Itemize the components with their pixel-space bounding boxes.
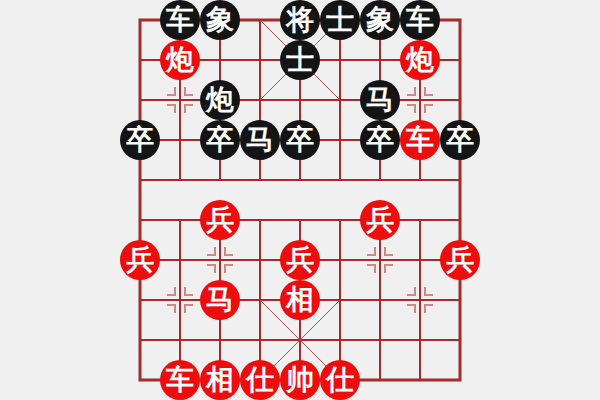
piece-black-horse[interactable]: 马	[240, 120, 280, 160]
piece-red-cannon[interactable]: 炮	[160, 40, 200, 80]
piece-black-elephant[interactable]: 象	[360, 0, 400, 40]
piece-red-soldier[interactable]: 兵	[200, 200, 240, 240]
piece-red-soldier[interactable]: 兵	[360, 200, 400, 240]
piece-black-general[interactable]: 将	[280, 0, 320, 40]
piece-black-advisor[interactable]: 士	[280, 40, 320, 80]
piece-black-horse[interactable]: 马	[360, 80, 400, 120]
piece-black-soldier[interactable]: 卒	[360, 120, 400, 160]
piece-red-elephant[interactable]: 相	[280, 280, 320, 320]
piece-black-soldier[interactable]: 卒	[280, 120, 320, 160]
piece-red-horse[interactable]: 马	[200, 280, 240, 320]
piece-red-cannon[interactable]: 炮	[400, 40, 440, 80]
piece-red-chariot[interactable]: 车	[400, 120, 440, 160]
piece-red-chariot[interactable]: 车	[160, 360, 200, 400]
piece-red-general[interactable]: 帅	[280, 360, 320, 400]
piece-black-soldier[interactable]: 卒	[200, 120, 240, 160]
piece-red-advisor[interactable]: 仕	[240, 360, 280, 400]
piece-black-advisor[interactable]: 士	[320, 0, 360, 40]
piece-red-elephant[interactable]: 相	[200, 360, 240, 400]
piece-red-soldier[interactable]: 兵	[440, 240, 480, 280]
piece-red-soldier[interactable]: 兵	[280, 240, 320, 280]
xiangqi-screenshot: 车象将士象车炮士炮炮马卒卒马卒卒车卒兵兵兵兵兵马相车相仕帅仕	[0, 0, 600, 400]
piece-black-elephant[interactable]: 象	[200, 0, 240, 40]
piece-black-chariot[interactable]: 车	[400, 0, 440, 40]
piece-black-cannon[interactable]: 炮	[200, 80, 240, 120]
piece-red-advisor[interactable]: 仕	[320, 360, 360, 400]
xiangqi-board[interactable]: 车象将士象车炮士炮炮马卒卒马卒卒车卒兵兵兵兵兵马相车相仕帅仕	[120, 0, 480, 400]
piece-black-soldier[interactable]: 卒	[120, 120, 160, 160]
piece-red-soldier[interactable]: 兵	[120, 240, 160, 280]
piece-black-chariot[interactable]: 车	[160, 0, 200, 40]
pieces-layer: 车象将士象车炮士炮炮马卒卒马卒卒车卒兵兵兵兵兵马相车相仕帅仕	[120, 0, 480, 400]
piece-black-soldier[interactable]: 卒	[440, 120, 480, 160]
